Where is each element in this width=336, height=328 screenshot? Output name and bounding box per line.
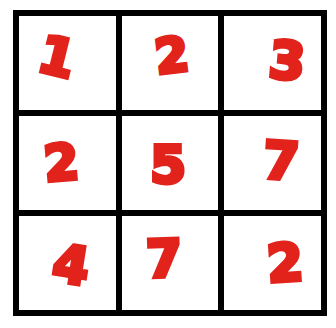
cell-digit: 1 [33, 27, 81, 86]
cell-digit: 7 [145, 232, 183, 285]
cell-r1c2[interactable]: 2 [122, 16, 219, 110]
number-grid-board: 1 2 3 2 5 7 4 7 2 [13, 10, 327, 316]
cell-r3c2[interactable]: 7 [122, 216, 219, 310]
cell-r3c1[interactable]: 4 [19, 216, 116, 310]
cell-digit: 5 [150, 139, 186, 191]
cell-r2c1[interactable]: 2 [19, 116, 116, 210]
cell-digit: 7 [261, 134, 301, 188]
cell-r1c3[interactable]: 3 [224, 16, 321, 110]
cell-digit: 4 [49, 236, 93, 293]
cell-r2c3[interactable]: 7 [224, 116, 321, 210]
cell-digit: 2 [265, 236, 305, 290]
cell-digit: 3 [266, 34, 307, 89]
page-canvas: 1 2 3 2 5 7 4 7 2 [0, 0, 336, 328]
cell-digit: 2 [152, 29, 191, 81]
cell-r2c2[interactable]: 5 [122, 116, 219, 210]
cell-r1c1[interactable]: 1 [19, 16, 116, 110]
cell-digit: 2 [42, 137, 81, 190]
cell-r3c3[interactable]: 2 [224, 216, 321, 310]
